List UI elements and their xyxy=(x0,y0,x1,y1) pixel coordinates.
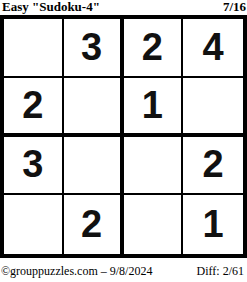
cell-r3c3[interactable] xyxy=(124,137,184,196)
cell-r3c4[interactable]: 2 xyxy=(183,137,243,196)
puzzle-title: Easy "Sudoku-4" xyxy=(0,0,100,14)
cell-r1c4[interactable]: 4 xyxy=(183,19,243,78)
cell-r3c1[interactable]: 3 xyxy=(4,137,64,196)
difficulty-rating: Diff: 2/61 xyxy=(197,263,247,280)
cell-r4c1[interactable] xyxy=(4,195,64,254)
copyright-text: ©grouppuzzles.com – 9/8/2024 xyxy=(0,263,152,280)
header: Easy "Sudoku-4" 7/16 xyxy=(0,0,247,14)
cell-r4c4[interactable]: 1 xyxy=(183,195,243,254)
cell-r1c1[interactable] xyxy=(4,19,64,78)
sudoku-grid: 324213221 xyxy=(0,15,247,258)
footer: ©grouppuzzles.com – 9/8/2024 Diff: 2/61 xyxy=(0,263,247,280)
progress-counter: 7/16 xyxy=(223,0,247,14)
cell-r2c2[interactable] xyxy=(64,78,124,137)
cell-r4c2[interactable]: 2 xyxy=(64,195,124,254)
cell-r1c2[interactable]: 3 xyxy=(64,19,124,78)
cell-r2c3[interactable]: 1 xyxy=(124,78,184,137)
cell-r4c3[interactable] xyxy=(124,195,184,254)
cell-r2c1[interactable]: 2 xyxy=(4,78,64,137)
cell-r3c2[interactable] xyxy=(64,137,124,196)
cell-r1c3[interactable]: 2 xyxy=(124,19,184,78)
cell-r2c4[interactable] xyxy=(183,78,243,137)
